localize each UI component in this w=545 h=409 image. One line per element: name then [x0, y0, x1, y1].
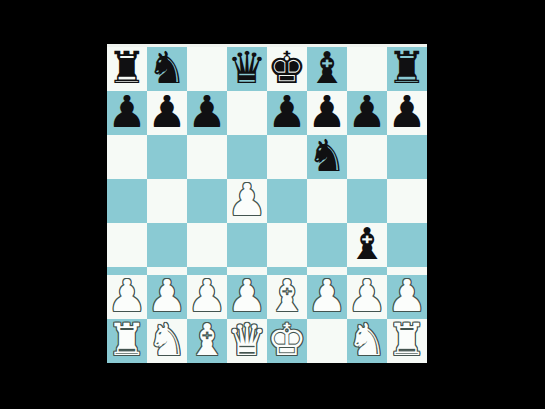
piece-white-rook[interactable]: ♜	[107, 318, 146, 362]
piece-black-rook[interactable]: ♜	[107, 46, 146, 90]
square-c7[interactable]: ♟	[187, 91, 227, 135]
chess-board: ♜♞♛♚♝♜♟♟♟♟♟♟♟♞♟♝♟♟♟♟♝♟♟♟♜♞♝♛♚♞♜	[107, 44, 427, 363]
square-f2[interactable]: ♟	[307, 275, 347, 319]
square-h7[interactable]: ♟	[387, 91, 427, 135]
piece-black-bishop[interactable]: ♝	[307, 46, 346, 90]
square-e1[interactable]: ♚	[267, 319, 307, 363]
square-a2[interactable]: ♟	[107, 275, 147, 319]
piece-white-pawn[interactable]: ♟	[227, 178, 266, 222]
piece-black-pawn[interactable]: ♟	[387, 90, 426, 134]
square-f5[interactable]	[307, 179, 347, 223]
square-h1[interactable]: ♜	[387, 319, 427, 363]
square-c1[interactable]: ♝	[187, 319, 227, 363]
piece-black-pawn[interactable]: ♟	[187, 90, 226, 134]
square-e8[interactable]: ♚	[267, 47, 307, 91]
piece-white-pawn[interactable]: ♟	[187, 274, 226, 318]
square-f6[interactable]: ♞	[307, 135, 347, 179]
square-g8[interactable]	[347, 47, 387, 91]
square-h8[interactable]: ♜	[387, 47, 427, 91]
square-d2[interactable]: ♟	[227, 275, 267, 319]
video-frame: ♜♞♛♚♝♜♟♟♟♟♟♟♟♞♟♝♟♟♟♟♝♟♟♟♜♞♝♛♚♞♜	[0, 0, 545, 409]
piece-black-pawn[interactable]: ♟	[307, 90, 346, 134]
square-g1[interactable]: ♞	[347, 319, 387, 363]
square-f8[interactable]: ♝	[307, 47, 347, 91]
square-a6[interactable]	[107, 135, 147, 179]
square-g5[interactable]	[347, 179, 387, 223]
square-h4[interactable]	[387, 223, 427, 267]
square-f1[interactable]	[307, 319, 347, 363]
square-a8[interactable]: ♜	[107, 47, 147, 91]
square-g4[interactable]: ♝	[347, 223, 387, 267]
piece-white-pawn[interactable]: ♟	[347, 274, 386, 318]
square-a7[interactable]: ♟	[107, 91, 147, 135]
square-c2[interactable]: ♟	[187, 275, 227, 319]
square-f7[interactable]: ♟	[307, 91, 347, 135]
piece-white-knight[interactable]: ♞	[347, 318, 386, 362]
piece-white-pawn[interactable]: ♟	[387, 274, 426, 318]
square-b4[interactable]	[147, 223, 187, 267]
piece-black-rook[interactable]: ♜	[387, 46, 426, 90]
square-g7[interactable]: ♟	[347, 91, 387, 135]
piece-black-king[interactable]: ♚	[267, 46, 306, 90]
square-b5[interactable]	[147, 179, 187, 223]
square-d5[interactable]: ♟	[227, 179, 267, 223]
piece-black-knight[interactable]: ♞	[307, 134, 346, 178]
piece-white-pawn[interactable]: ♟	[307, 274, 346, 318]
square-e6[interactable]	[267, 135, 307, 179]
piece-white-rook[interactable]: ♜	[387, 318, 426, 362]
piece-white-knight[interactable]: ♞	[147, 318, 186, 362]
square-b8[interactable]: ♞	[147, 47, 187, 91]
square-c8[interactable]	[187, 47, 227, 91]
piece-black-pawn[interactable]: ♟	[147, 90, 186, 134]
piece-white-pawn[interactable]: ♟	[147, 274, 186, 318]
piece-black-bishop[interactable]: ♝	[347, 222, 386, 266]
square-d4[interactable]	[227, 223, 267, 267]
square-e7[interactable]: ♟	[267, 91, 307, 135]
piece-black-knight[interactable]: ♞	[147, 46, 186, 90]
square-d6[interactable]	[227, 135, 267, 179]
square-e2[interactable]: ♝	[267, 275, 307, 319]
square-a5[interactable]	[107, 179, 147, 223]
piece-white-bishop[interactable]: ♝	[187, 318, 226, 362]
square-h2[interactable]: ♟	[387, 275, 427, 319]
square-h5[interactable]	[387, 179, 427, 223]
square-d8[interactable]: ♛	[227, 47, 267, 91]
square-b7[interactable]: ♟	[147, 91, 187, 135]
square-g2[interactable]: ♟	[347, 275, 387, 319]
piece-white-pawn[interactable]: ♟	[227, 274, 266, 318]
piece-white-king[interactable]: ♚	[267, 318, 306, 362]
piece-white-bishop[interactable]: ♝	[267, 274, 306, 318]
square-h6[interactable]	[387, 135, 427, 179]
piece-white-pawn[interactable]: ♟	[107, 274, 146, 318]
square-d7[interactable]	[227, 91, 267, 135]
square-g6[interactable]	[347, 135, 387, 179]
square-e5[interactable]	[267, 179, 307, 223]
square-b1[interactable]: ♞	[147, 319, 187, 363]
square-d1[interactable]: ♛	[227, 319, 267, 363]
square-c5[interactable]	[187, 179, 227, 223]
square-a1[interactable]: ♜	[107, 319, 147, 363]
piece-black-pawn[interactable]: ♟	[267, 90, 306, 134]
square-f4[interactable]	[307, 223, 347, 267]
piece-white-queen[interactable]: ♛	[227, 318, 266, 362]
square-e4[interactable]	[267, 223, 307, 267]
piece-black-queen[interactable]: ♛	[227, 46, 266, 90]
piece-black-pawn[interactable]: ♟	[107, 90, 146, 134]
square-a4[interactable]	[107, 223, 147, 267]
square-c4[interactable]	[187, 223, 227, 267]
square-b2[interactable]: ♟	[147, 275, 187, 319]
square-b6[interactable]	[147, 135, 187, 179]
square-c6[interactable]	[187, 135, 227, 179]
piece-black-pawn[interactable]: ♟	[347, 90, 386, 134]
